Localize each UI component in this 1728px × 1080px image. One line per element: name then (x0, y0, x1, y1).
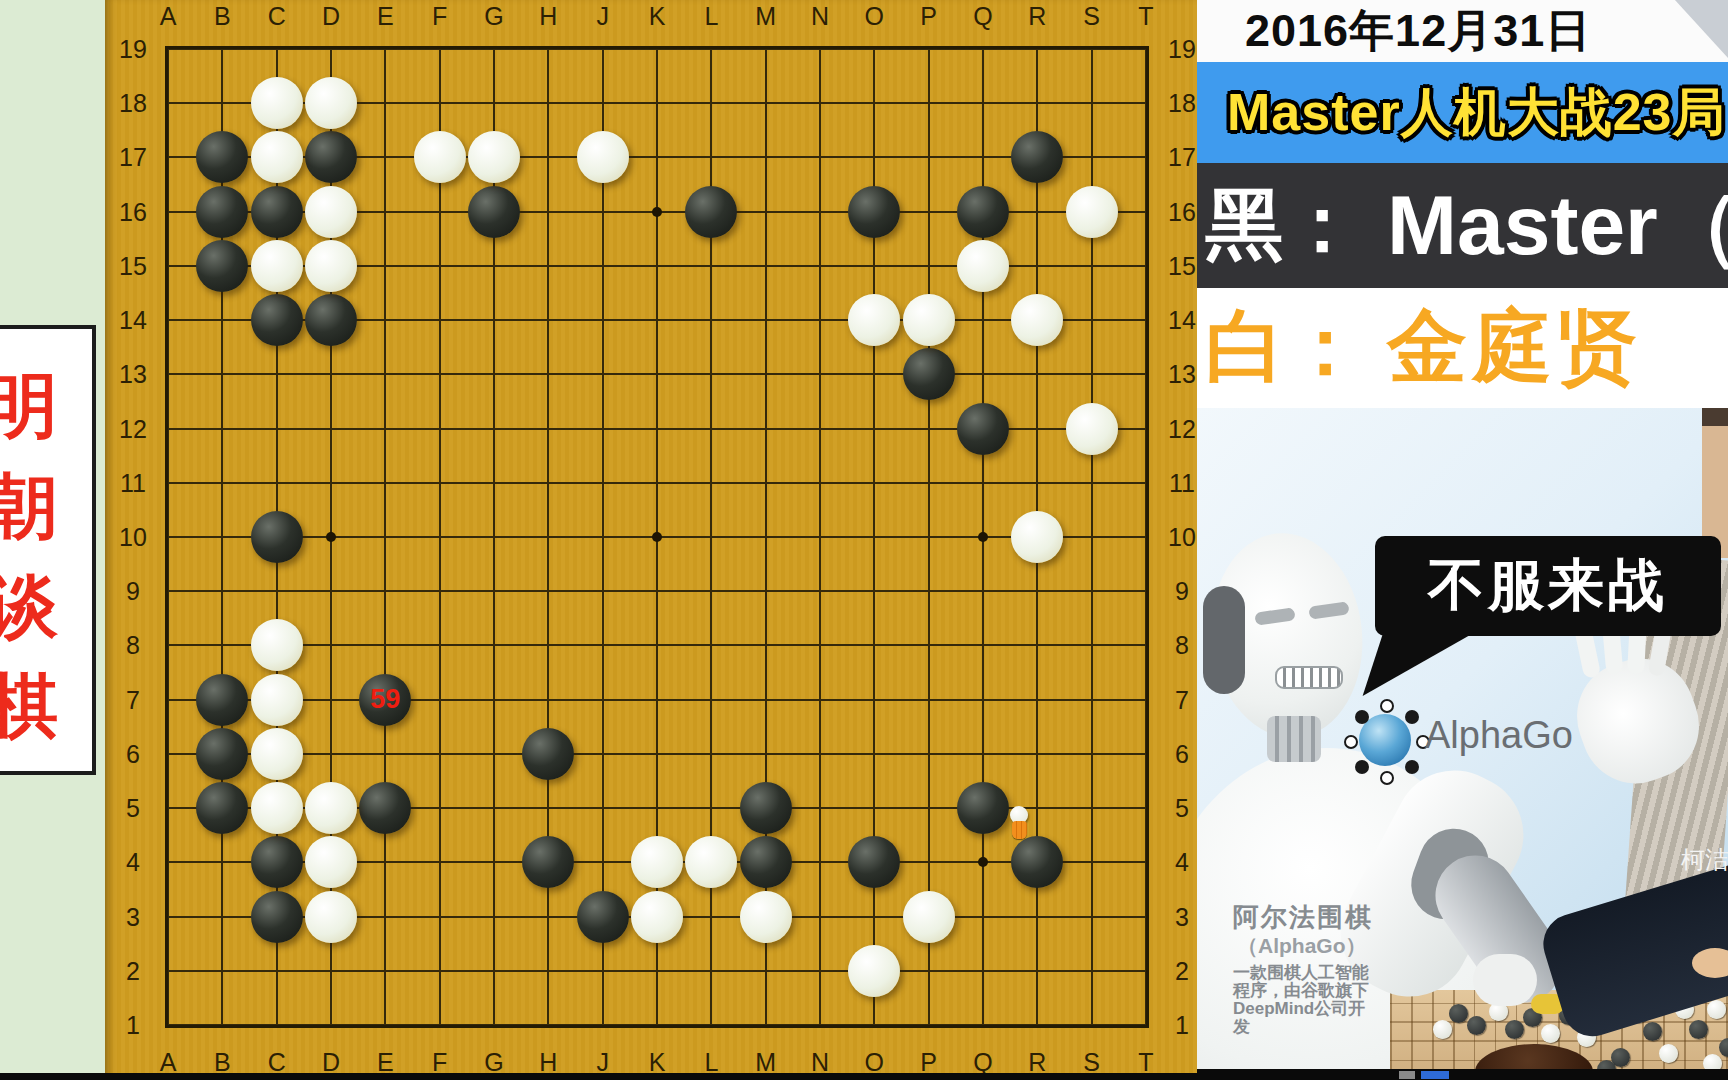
stone-black-Q12 (957, 403, 1009, 455)
cursor-hand-icon (1012, 821, 1027, 839)
col-label-top: J (582, 2, 624, 31)
row-label-left: 6 (112, 740, 154, 769)
alphago-logo-text: AlphaGo (1425, 714, 1573, 757)
stone-white-S16 (1066, 186, 1118, 238)
speech-bubble-tail (1363, 632, 1476, 696)
info-line: DeepMind公司开 (1233, 1000, 1365, 1017)
stone-black-Q5 (957, 782, 1009, 834)
channel-char: 谈 (0, 561, 84, 651)
col-label-top: O (853, 2, 895, 31)
stone-black-P13 (903, 348, 955, 400)
speech-bubble: 不服来战 (1375, 536, 1721, 636)
stone-white-P14 (903, 294, 955, 346)
logo-dot (1380, 699, 1394, 713)
channel-name-box: 明朝谈棋 (0, 325, 96, 775)
col-label-top: Q (962, 2, 1004, 31)
date-text: 2016年12月31日 (1245, 1, 1591, 61)
info-title: 阿尔法围棋 (1233, 900, 1373, 935)
logo-dot (1405, 760, 1419, 774)
stone-black-Q16 (957, 186, 1009, 238)
stone-black-C3 (251, 891, 303, 943)
logo-dot (1355, 760, 1369, 774)
row-label-left: 5 (112, 794, 154, 823)
stone-black-G16 (468, 186, 520, 238)
col-label-top: B (201, 2, 243, 31)
white-player-name: 金庭贤 (1387, 294, 1642, 402)
photo-stone (1541, 1024, 1560, 1043)
photo-stone (1659, 1044, 1678, 1063)
stone-white-S12 (1066, 403, 1118, 455)
logo-dot (1355, 710, 1369, 724)
stone-black-J3 (577, 891, 629, 943)
stone-black-M4 (740, 836, 792, 888)
player-ui-chip-blue (1421, 1071, 1449, 1079)
corner-wedge (1660, 0, 1728, 58)
stone-black-C4 (251, 836, 303, 888)
stone-white-C18 (251, 77, 303, 129)
star-point (652, 207, 662, 217)
col-label-top: E (364, 2, 406, 31)
stone-black-B6 (196, 728, 248, 780)
robot-ear (1203, 586, 1245, 694)
stone-white-C17 (251, 131, 303, 183)
channel-char: 朝 (0, 461, 84, 551)
speech-bubble-text: 不服来战 (1428, 548, 1668, 624)
photo-stone (1433, 1020, 1452, 1039)
robot-mouth (1275, 666, 1343, 689)
info-line: 程序，由谷歌旗下 (1233, 982, 1369, 999)
star-point (326, 532, 336, 542)
col-label-top: K (636, 2, 678, 31)
stone-black-B7 (196, 674, 248, 726)
black-player-name: Master（ (1387, 169, 1728, 283)
caption-right: 柯洁 (1681, 844, 1728, 876)
row-label-left: 13 (112, 360, 154, 389)
stone-black-B15 (196, 240, 248, 292)
stone-white-Q15 (957, 240, 1009, 292)
stone-black-O16 (848, 186, 900, 238)
stone-white-D3 (305, 891, 357, 943)
col-label-top: C (256, 2, 298, 31)
stone-white-C8 (251, 619, 303, 671)
row-label-left: 3 (112, 903, 154, 932)
series-title: Master人机大战23局 (1227, 78, 1725, 148)
stone-white-D5 (305, 782, 357, 834)
row-label-left: 10 (112, 523, 154, 552)
stone-black-C16 (251, 186, 303, 238)
stone-white-C5 (251, 782, 303, 834)
stone-black-C14 (251, 294, 303, 346)
info-line: 发 (1233, 1018, 1250, 1035)
logo-dot (1344, 735, 1358, 749)
star-point (652, 532, 662, 542)
col-label-top: S (1071, 2, 1113, 31)
stone-black-H6 (522, 728, 574, 780)
stone-white-D4 (305, 836, 357, 888)
row-label-left: 1 (112, 1011, 154, 1040)
stone-white-K3 (631, 891, 683, 943)
stone-white-R10 (1011, 511, 1063, 563)
stone-cursor (1008, 806, 1034, 846)
screen: AABBCCDDEEFFGGHHJJKKLLMMNNOOPPQQRRSSTT11… (0, 0, 1728, 1080)
stone-white-D18 (305, 77, 357, 129)
stone-white-O2 (848, 945, 900, 997)
bottom-bar-panel (1197, 1069, 1728, 1080)
photo-stone (1707, 1000, 1726, 1019)
photo-stone (1449, 1004, 1468, 1023)
channel-char: 明 (0, 361, 84, 451)
row-label-left: 4 (112, 848, 154, 877)
row-label-left: 17 (112, 143, 154, 172)
photo-stone (1467, 1016, 1486, 1035)
black-player-bar: 黑：Master（ (1197, 163, 1728, 288)
date-bar: 2016年12月31日 (1197, 0, 1728, 62)
photo-stone (1505, 1020, 1524, 1039)
stone-white-K4 (631, 836, 683, 888)
row-label-left: 14 (112, 306, 154, 335)
photo-stone (1689, 1020, 1708, 1039)
stone-black-last-move-E7: 59 (359, 674, 411, 726)
row-label-left: 2 (112, 957, 154, 986)
stone-white-M3 (740, 891, 792, 943)
black-label: 黑： (1205, 173, 1361, 278)
white-player-bar: 白：金庭贤 (1197, 288, 1728, 408)
row-label-left: 7 (112, 686, 154, 715)
col-label-top: T (1125, 2, 1167, 31)
logo-dot (1405, 710, 1419, 724)
series-title-bar: Master人机大战23局 (1197, 62, 1728, 163)
stone-white-P3 (903, 891, 955, 943)
col-label-top: H (527, 2, 569, 31)
col-label-top: N (799, 2, 841, 31)
row-label-left: 9 (112, 577, 154, 606)
col-label-top: M (745, 2, 787, 31)
right-panel: 2016年12月31日 Master人机大战23局 黑：Master（ 白：金庭… (1197, 0, 1728, 1080)
stone-black-M5 (740, 782, 792, 834)
stone-white-C15 (251, 240, 303, 292)
last-move-number: 59 (370, 684, 400, 715)
col-label-top: P (908, 2, 950, 31)
stone-black-L16 (685, 186, 737, 238)
row-label-left: 12 (112, 415, 154, 444)
stone-white-J17 (577, 131, 629, 183)
logo-dot (1380, 771, 1394, 785)
row-label-left: 8 (112, 631, 154, 660)
channel-char: 棋 (0, 661, 84, 751)
col-label-top: F (419, 2, 461, 31)
star-point (978, 532, 988, 542)
col-label-top: D (310, 2, 352, 31)
stone-white-C7 (251, 674, 303, 726)
row-label-left: 11 (112, 469, 154, 498)
stone-black-C10 (251, 511, 303, 563)
col-label-top: L (690, 2, 732, 31)
robot-neck (1267, 716, 1321, 762)
row-label-left: 15 (112, 252, 154, 281)
stone-white-D15 (305, 240, 357, 292)
info-line: 一款围棋人工智能 (1233, 964, 1369, 981)
row-label-left: 18 (112, 89, 154, 118)
white-label: 白： (1205, 294, 1365, 402)
stone-white-F17 (414, 131, 466, 183)
col-label-top: G (473, 2, 515, 31)
left-strip: 明朝谈棋 (0, 0, 105, 1080)
player-ui-chip (1399, 1071, 1415, 1079)
row-label-left: 16 (112, 198, 154, 227)
photo-stone (1643, 1022, 1662, 1041)
robot-hand (1473, 954, 1537, 1006)
col-label-top: R (1016, 2, 1058, 31)
stone-white-D16 (305, 186, 357, 238)
col-label-top: A (147, 2, 189, 31)
info-subtitle: （AlphaGo） (1237, 932, 1367, 960)
stone-black-D14 (305, 294, 357, 346)
alphago-photo: 不服来战 AlphaGo 柯洁 阿尔法围棋 （AlphaGo） 一款围棋人工智能… (1197, 408, 1728, 1072)
stone-white-C6 (251, 728, 303, 780)
stone-black-B16 (196, 186, 248, 238)
row-label-left: 19 (112, 35, 154, 64)
